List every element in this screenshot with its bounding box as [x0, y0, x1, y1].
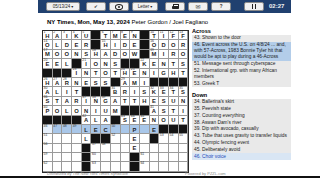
puzzle-title-line: NY Times, Mon, May 13, 2024 Peter Gordon…: [47, 19, 208, 25]
cell-r8c15[interactable]: N: [179, 97, 189, 106]
cell-number: 60: [92, 153, 96, 157]
cell-r11c3[interactable]: 48: [62, 125, 72, 134]
cell-r10c12[interactable]: N: [150, 116, 160, 125]
cell-letter: U: [169, 117, 178, 124]
cell-letter: O: [159, 117, 168, 124]
cell-r12c9[interactable]: [121, 134, 131, 143]
cell-r3c12[interactable]: 19M: [150, 50, 160, 59]
cell-number: 54: [170, 134, 174, 138]
cell-r7c4[interactable]: T: [72, 87, 82, 96]
cell-letter: S: [82, 51, 91, 58]
cell-r12c12: [150, 134, 160, 143]
cell-r1c6: [91, 31, 101, 40]
cell-r3c4[interactable]: N: [72, 50, 82, 59]
cell-r13c9[interactable]: [121, 144, 131, 153]
letter-dropdown-label: Letter: [138, 4, 150, 9]
cell-r1c5[interactable]: 5U: [82, 31, 92, 40]
cell-r5c8[interactable]: T: [111, 69, 121, 78]
cell-r14c4[interactable]: [72, 153, 82, 162]
down-header: Down: [192, 92, 291, 98]
cell-r9c4[interactable]: O: [72, 106, 82, 115]
cell-r1c14[interactable]: 12F: [169, 31, 179, 40]
cell-letter: T: [72, 89, 81, 96]
cell-r4c8[interactable]: S: [111, 59, 121, 68]
cell-number: 52: [111, 134, 115, 138]
cell-r11c5[interactable]: L: [82, 125, 92, 134]
cell-letter: E: [91, 127, 100, 134]
cell-r15c13[interactable]: [159, 162, 169, 171]
cell-r10c10[interactable]: 44E: [130, 116, 140, 125]
cell-letter: K: [72, 33, 81, 40]
cell-letter: G: [159, 70, 168, 77]
cell-letter: S: [91, 80, 100, 87]
cell-r6c6[interactable]: S: [91, 78, 101, 87]
cell-letter: A: [121, 80, 130, 87]
cell-number: 46: [44, 125, 48, 129]
cell-r2c4[interactable]: E: [72, 40, 82, 49]
cell-r4c3[interactable]: L: [62, 59, 72, 68]
cell-r2c5[interactable]: R: [82, 40, 92, 49]
cell-r9c7[interactable]: U: [101, 106, 111, 115]
crossword-grid: 1H2A3I4K5U6T7M8E9N10T11I12F13F14OLDER15H…: [42, 30, 189, 173]
cell-letter: E: [72, 42, 81, 49]
cell-r3c6[interactable]: 18H: [91, 50, 101, 59]
clue-down-34[interactable]: 34. Ballerina's skirt: [192, 99, 291, 106]
cell-r9c2[interactable]: O: [53, 106, 63, 115]
cell-r2c11: [140, 40, 150, 49]
clue-down-35[interactable]: 35. Peevish state: [192, 106, 291, 113]
cell-r4c7[interactable]: N: [101, 59, 111, 68]
cell-r14c2[interactable]: [53, 153, 63, 162]
cell-letter: E: [130, 117, 139, 124]
cell-number: 56: [44, 143, 48, 147]
cell-number: 58: [102, 143, 106, 147]
cell-r10c14[interactable]: U: [169, 116, 179, 125]
cell-r3c3[interactable]: O: [62, 50, 72, 59]
cell-r8c5[interactable]: 37I: [82, 97, 92, 106]
cell-r12c2[interactable]: [53, 134, 63, 143]
cell-r8c10[interactable]: T: [130, 97, 140, 106]
cell-letter: R: [169, 51, 178, 58]
cell-r5c7[interactable]: O: [101, 69, 111, 78]
cell-letter: H: [140, 98, 149, 105]
clue-down-39[interactable]: 39. Dip with avocado, casually: [192, 126, 291, 133]
cell-letter: K: [140, 61, 149, 68]
cell-letter: W: [130, 51, 139, 58]
cell-letter: O: [169, 42, 178, 49]
cell-r5c10[interactable]: 25E: [130, 69, 140, 78]
cell-r11c4[interactable]: 49: [72, 125, 82, 134]
cell-r11c9[interactable]: [121, 125, 131, 134]
cell-r7c15[interactable]: 35S: [179, 87, 189, 96]
cell-r6c3[interactable]: 28R: [62, 78, 72, 87]
puzzle-title: NY Times, Mon, May 13, 2024: [47, 19, 130, 25]
cell-letter: F: [179, 33, 188, 40]
cell-r5c12[interactable]: I: [150, 69, 160, 78]
help-button[interactable]: ?: [211, 2, 231, 11]
cell-r1c15[interactable]: 13F: [179, 31, 189, 40]
cell-r10c9[interactable]: 43S: [121, 116, 131, 125]
clue-across-46[interactable]: 46. Event across the U.S. on 4/8/24 ... …: [192, 42, 291, 61]
print-button[interactable]: [165, 2, 185, 11]
cell-letter: E: [53, 61, 62, 68]
cell-r1c4[interactable]: 4K: [72, 31, 82, 40]
cell-r14c14[interactable]: [169, 153, 179, 162]
cell-r9c8[interactable]: M: [111, 106, 121, 115]
cell-r13c4[interactable]: [72, 144, 82, 153]
cell-r8c8[interactable]: A: [111, 97, 121, 106]
cell-letter: N: [140, 70, 149, 77]
cell-number: 49: [73, 125, 77, 129]
cell-letter: O: [53, 51, 62, 58]
cell-r8c11[interactable]: H: [140, 97, 150, 106]
cell-letter: P: [43, 108, 52, 115]
envelope-icon: ✉: [195, 3, 200, 10]
clue-across-51[interactable]: 51. Message sent through cyberspace: [192, 61, 291, 68]
cell-r11c7[interactable]: C: [101, 125, 111, 134]
cell-letter: E: [159, 89, 168, 96]
cell-r1c9[interactable]: 8E: [121, 31, 131, 40]
cell-letter: H: [101, 42, 110, 49]
cell-r12c10[interactable]: E: [130, 134, 140, 143]
cell-r12c8[interactable]: 52: [111, 134, 121, 143]
cell-letter: T: [169, 89, 178, 96]
cell-r4c1[interactable]: 20E: [43, 59, 53, 68]
cell-letter: D: [111, 51, 120, 58]
cell-r7c3[interactable]: I: [62, 87, 72, 96]
cell-r9c12[interactable]: 41A: [150, 106, 160, 115]
cell-r15c11[interactable]: 64: [140, 162, 150, 171]
cell-r9c13[interactable]: S: [159, 106, 169, 115]
cell-number: 48: [63, 125, 67, 129]
cell-r3c15[interactable]: O: [179, 50, 189, 59]
cell-r14c7[interactable]: [101, 153, 111, 162]
cell-letter: N: [179, 98, 188, 105]
cell-r13c8[interactable]: [111, 144, 121, 153]
cell-letter: I: [111, 42, 120, 49]
date-dropdown-label: 05/13/24: [53, 4, 71, 9]
cell-letter: N: [72, 80, 81, 87]
cell-letter: S: [179, 61, 188, 68]
cell-r3c7[interactable]: A: [101, 50, 111, 59]
cell-letter: M: [111, 108, 120, 115]
across-clue-list: 43. Shown to the door46. Event across th…: [192, 35, 291, 87]
cell-r7c13[interactable]: 33E: [159, 87, 169, 96]
cell-r3c9[interactable]: O: [121, 50, 131, 59]
cell-letter: M: [111, 33, 120, 40]
cell-letter: B: [111, 89, 120, 96]
cell-r1c11: [140, 31, 150, 40]
cell-letter: L: [62, 108, 71, 115]
reveal-button[interactable]: [109, 2, 129, 11]
across-header: Across: [192, 28, 291, 34]
cell-r8c13[interactable]: S: [159, 97, 169, 106]
cell-r3c14[interactable]: R: [169, 50, 179, 59]
cell-r13c12[interactable]: [150, 144, 160, 153]
cell-letter: M: [150, 51, 159, 58]
cell-r5c15[interactable]: T: [179, 69, 189, 78]
cell-r9c6[interactable]: I: [91, 106, 101, 115]
cell-r7c11[interactable]: S: [140, 87, 150, 96]
cell-r5c5[interactable]: N: [82, 69, 92, 78]
cell-r13c14[interactable]: [169, 144, 179, 153]
cell-letter: A: [62, 98, 71, 105]
cell-letter: O: [101, 70, 110, 77]
cell-letter: E: [150, 127, 159, 134]
clue-across-53[interactable]: 53. Greek T: [192, 80, 291, 87]
cell-r12c14[interactable]: 54: [169, 134, 179, 143]
pause-button[interactable]: [244, 2, 264, 11]
cell-r9c15[interactable]: I: [179, 106, 189, 115]
cell-letter: O: [179, 51, 188, 58]
cell-r15c10: [130, 162, 140, 171]
clue-down-37[interactable]: 37. Counting everything: [192, 112, 291, 119]
down-clue-list: 34. Ballerina's skirt35. Peevish state37…: [192, 99, 291, 160]
cell-r8c3[interactable]: A: [62, 97, 72, 106]
cell-r10c15[interactable]: T: [179, 116, 189, 125]
cell-letter: A: [82, 117, 91, 124]
cell-r9c1[interactable]: 40P: [43, 106, 53, 115]
cell-r14c13[interactable]: [159, 153, 169, 162]
cell-letter: N: [130, 33, 139, 40]
cell-r8c9[interactable]: T: [121, 97, 131, 106]
cell-r5c14[interactable]: H: [169, 69, 179, 78]
cell-r11c2[interactable]: 47: [53, 125, 63, 134]
cell-letter: U: [82, 33, 91, 40]
cell-r3c8[interactable]: D: [111, 50, 121, 59]
cell-letter: N: [101, 61, 110, 68]
cell-letter: N: [91, 98, 100, 105]
cell-number: 61: [140, 153, 144, 157]
cell-letter: T: [111, 70, 120, 77]
cell-r2c10[interactable]: E: [130, 40, 140, 49]
cell-r14c9[interactable]: [121, 153, 131, 162]
cell-r10c6[interactable]: L: [91, 116, 101, 125]
cell-r14c12[interactable]: [150, 153, 160, 162]
cell-letter: R: [72, 98, 81, 105]
email-button[interactable]: ✉: [188, 2, 208, 11]
cell-r4c13[interactable]: N: [159, 59, 169, 68]
cell-letter: E: [130, 145, 139, 152]
cell-r14c8[interactable]: [111, 153, 121, 162]
cell-r5c6[interactable]: T: [91, 69, 101, 78]
cell-r13c5: [82, 144, 92, 153]
clue-down-46[interactable]: 46. Choir voice: [192, 153, 291, 160]
cell-r1c8[interactable]: 7M: [111, 31, 121, 40]
puzzle-byline: Peter Gordon / Joel Fagliano: [132, 19, 209, 25]
cell-r3c13[interactable]: I: [159, 50, 169, 59]
cell-letter: T: [91, 70, 100, 77]
cell-letter: T: [130, 98, 139, 105]
timer: 02:27: [269, 3, 284, 9]
cell-r6c2[interactable]: 27A: [53, 78, 63, 87]
cell-letter: L: [53, 89, 62, 96]
cell-letter: L: [53, 42, 62, 49]
cell-letter: L: [91, 117, 100, 124]
cell-letter: H: [121, 70, 130, 77]
cell-r7c12[interactable]: 32K: [150, 87, 160, 96]
cell-r10c5[interactable]: 42A: [82, 116, 92, 125]
check-answers-button[interactable]: ✔: [86, 2, 106, 11]
cell-r3c10[interactable]: W: [130, 50, 140, 59]
cell-r6c4[interactable]: N: [72, 78, 82, 87]
cell-r2c9[interactable]: D: [121, 40, 131, 49]
cell-r4c12[interactable]: E: [150, 59, 160, 68]
cell-r7c14[interactable]: 34T: [169, 87, 179, 96]
cell-r10c7[interactable]: A: [101, 116, 111, 125]
cell-letter: R: [82, 42, 91, 49]
cell-r2c2[interactable]: L: [53, 40, 63, 49]
cell-r6c9[interactable]: 29A: [121, 78, 131, 87]
cell-letter: I: [62, 89, 71, 96]
cell-r1c3[interactable]: 3I: [62, 31, 72, 40]
cell-number: 57: [92, 143, 96, 147]
cell-letter: A: [150, 108, 159, 115]
clue-down-38[interactable]: 38. Aswan Dam's river: [192, 119, 291, 126]
cell-letter: N: [150, 117, 159, 124]
cell-r8c6[interactable]: 38N: [91, 97, 101, 106]
cell-letter: O: [91, 61, 100, 68]
cell-letter: R: [179, 42, 188, 49]
cell-r14c15[interactable]: [179, 153, 189, 162]
window-bottom-border: [0, 176, 320, 178]
cell-r6c10[interactable]: M: [130, 78, 140, 87]
cell-r3c2[interactable]: O: [53, 50, 63, 59]
check-icon: ✔: [94, 4, 98, 9]
cell-r14c3[interactable]: [62, 153, 72, 162]
cell-r2c13[interactable]: D: [159, 40, 169, 49]
cell-r1c13[interactable]: 11I: [159, 31, 169, 40]
eye-icon: [115, 4, 124, 10]
cell-r2c3[interactable]: D: [62, 40, 72, 49]
cell-r8c4[interactable]: R: [72, 97, 82, 106]
cell-letter: P: [130, 127, 139, 134]
cell-r7c2[interactable]: L: [53, 87, 63, 96]
cell-r13c7[interactable]: 58: [101, 144, 111, 153]
cell-letter: S: [101, 80, 110, 87]
cell-r10c11[interactable]: 45E: [140, 116, 150, 125]
cell-letter: T: [169, 61, 178, 68]
cell-r6c11[interactable]: I: [140, 78, 150, 87]
cell-r13c15[interactable]: [179, 144, 189, 153]
cell-r15c14[interactable]: [169, 162, 179, 171]
clue-across-43[interactable]: 43. Shown to the door: [192, 35, 291, 42]
cell-letter: K: [150, 89, 159, 96]
cell-letter: A: [101, 51, 110, 58]
cell-r8c7[interactable]: 39G: [101, 97, 111, 106]
cell-r4c5[interactable]: 21I: [82, 59, 92, 68]
cell-r9c14[interactable]: T: [169, 106, 179, 115]
cell-r7c8[interactable]: 31B: [111, 87, 121, 96]
cell-r4c15[interactable]: S: [179, 59, 189, 68]
clue-down-43[interactable]: 43. Tube that uses gravity to transfer l…: [192, 133, 291, 140]
cell-letter: T: [169, 108, 178, 115]
cell-r12c13[interactable]: 53: [159, 134, 169, 143]
cell-r4c2[interactable]: E: [53, 59, 63, 68]
cell-letter: C: [101, 127, 110, 134]
cell-r4c11[interactable]: 22K: [140, 59, 150, 68]
cell-r6c7[interactable]: S: [101, 78, 111, 87]
cell-r10c13[interactable]: O: [159, 116, 169, 125]
cell-r13c3[interactable]: [62, 144, 72, 153]
cell-number: 53: [160, 134, 164, 138]
letter-dropdown[interactable]: Letter ▾: [132, 2, 158, 11]
cell-r7c9[interactable]: R: [121, 87, 131, 96]
cell-letter: A: [53, 33, 62, 40]
cell-r1c2[interactable]: 2A: [53, 31, 63, 40]
cell-r15c12[interactable]: [150, 162, 160, 171]
clue-across-52[interactable]: 52. International grp. with many African…: [192, 67, 291, 80]
cell-r6c5[interactable]: E: [82, 78, 92, 87]
cell-r2c7[interactable]: 15H: [101, 40, 111, 49]
cell-letter: M: [43, 51, 52, 58]
cell-r2c14[interactable]: O: [169, 40, 179, 49]
cell-letter: I: [91, 108, 100, 115]
cell-r5c11[interactable]: N: [140, 69, 150, 78]
cell-r5c4[interactable]: 23I: [72, 69, 82, 78]
cell-r1c10[interactable]: 9N: [130, 31, 140, 40]
cell-letter: I: [159, 33, 168, 40]
cell-r8c2[interactable]: T: [53, 97, 63, 106]
cell-letter: D: [159, 42, 168, 49]
cell-r12c15[interactable]: 55: [179, 134, 189, 143]
cell-letter: S: [111, 61, 120, 68]
cell-r7c10[interactable]: I: [130, 87, 140, 96]
cell-r2c8[interactable]: I: [111, 40, 121, 49]
cell-r13c13[interactable]: [159, 144, 169, 153]
cell-r11c11[interactable]: [140, 125, 150, 134]
clue-down-44[interactable]: 44. Olympic fencing event: [192, 140, 291, 147]
clue-panel: Across 43. Shown to the door46. Event ac…: [192, 28, 291, 160]
cell-number: 50: [111, 125, 115, 129]
cell-r13c2[interactable]: [53, 144, 63, 153]
cell-r11c6[interactable]: E: [91, 125, 101, 134]
cell-r12c4[interactable]: [72, 134, 82, 143]
cell-r11c12[interactable]: E: [150, 125, 160, 134]
chevron-down-icon: ▾: [150, 5, 152, 9]
cell-r11c10[interactable]: P: [130, 125, 140, 134]
cell-r2c15[interactable]: R: [179, 40, 189, 49]
date-dropdown[interactable]: 05/13/24 ▾: [46, 2, 80, 11]
cell-letter: S: [159, 108, 168, 115]
cell-r4c14[interactable]: T: [169, 59, 179, 68]
cell-letter: D: [62, 42, 71, 49]
cell-letter: D: [121, 42, 130, 49]
help-label: ?: [220, 4, 223, 9]
cell-number: 63: [92, 162, 96, 166]
cell-r12c11[interactable]: [140, 134, 150, 143]
cell-letter: L: [82, 136, 91, 143]
cell-r5c13[interactable]: G: [159, 69, 169, 78]
cell-letter: O: [121, 51, 130, 58]
cell-letter: M: [130, 80, 139, 87]
cell-letter: S: [43, 98, 52, 105]
cell-letter: O: [72, 108, 81, 115]
cell-letter: I: [72, 70, 81, 77]
cell-r4c6[interactable]: O: [91, 59, 101, 68]
cell-r13c10[interactable]: E: [130, 144, 140, 153]
cell-letter: S: [159, 98, 168, 105]
cell-number: 55: [179, 134, 183, 138]
cell-r12c3[interactable]: [62, 134, 72, 143]
cell-r12c5[interactable]: L: [82, 134, 92, 143]
cell-number: 64: [140, 162, 144, 166]
cell-letter: T: [121, 98, 130, 105]
cell-r8c14[interactable]: U: [169, 97, 179, 106]
cell-r9c3[interactable]: L: [62, 106, 72, 115]
cell-letter: I: [150, 70, 159, 77]
clue-down-45[interactable]: 45. Deliberately avoid: [192, 146, 291, 153]
